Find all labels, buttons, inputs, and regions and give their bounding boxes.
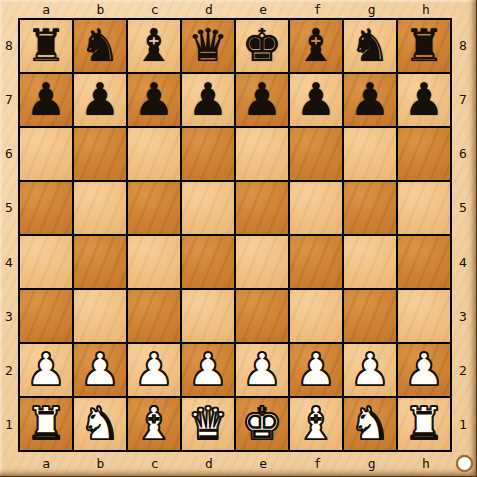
- square-b2[interactable]: ♟: [74, 344, 126, 396]
- coord-label-6: 6: [452, 127, 474, 181]
- black-rook[interactable]: ♜: [404, 20, 444, 72]
- rank-labels-right: 87654321: [452, 18, 474, 452]
- board-grid: ♜♞♝♛♚♝♞♜♟♟♟♟♟♟♟♟♟♟♟♟♟♟♟♟♜♞♝♛♚♝♞♜: [18, 18, 452, 452]
- square-a4[interactable]: [20, 236, 72, 288]
- square-c2[interactable]: ♟: [128, 344, 180, 396]
- square-d7[interactable]: ♟: [182, 74, 234, 126]
- coord-label-4: 4: [0, 235, 18, 289]
- black-pawn[interactable]: ♟: [26, 74, 66, 126]
- coord-label-h: h: [399, 452, 453, 475]
- coord-label-h: h: [399, 0, 453, 18]
- square-c1[interactable]: ♝: [128, 398, 180, 450]
- square-g7[interactable]: ♟: [344, 74, 396, 126]
- black-queen[interactable]: ♛: [188, 20, 228, 72]
- white-bishop[interactable]: ♝: [296, 398, 336, 450]
- square-a8[interactable]: ♜: [20, 20, 72, 72]
- square-b3[interactable]: [74, 290, 126, 342]
- square-e4[interactable]: [236, 236, 288, 288]
- coord-label-e: e: [236, 452, 290, 475]
- square-e8[interactable]: ♚: [236, 20, 288, 72]
- black-king[interactable]: ♚: [242, 20, 282, 72]
- square-d5[interactable]: [182, 182, 234, 234]
- black-pawn[interactable]: ♟: [188, 74, 228, 126]
- square-e7[interactable]: ♟: [236, 74, 288, 126]
- white-pawn[interactable]: ♟: [350, 344, 390, 396]
- square-h6[interactable]: [398, 128, 450, 180]
- square-b4[interactable]: [74, 236, 126, 288]
- coord-label-4: 4: [452, 235, 474, 289]
- black-knight[interactable]: ♞: [350, 20, 390, 72]
- coord-label-d: d: [182, 0, 236, 18]
- coord-label-8: 8: [452, 18, 474, 72]
- coord-label-7: 7: [452, 72, 474, 126]
- coord-label-1: 1: [452, 398, 474, 452]
- square-e2[interactable]: ♟: [236, 344, 288, 396]
- coord-label-1: 1: [0, 398, 18, 452]
- white-rook[interactable]: ♜: [404, 398, 444, 450]
- square-a5[interactable]: [20, 182, 72, 234]
- square-c6[interactable]: [128, 128, 180, 180]
- coord-label-a: a: [19, 0, 73, 18]
- coord-label-5: 5: [0, 181, 18, 235]
- square-c5[interactable]: [128, 182, 180, 234]
- coord-label-2: 2: [0, 344, 18, 398]
- square-a1[interactable]: ♜: [20, 398, 72, 450]
- black-pawn[interactable]: ♟: [134, 74, 174, 126]
- file-labels-top: abcdefgh: [19, 0, 453, 18]
- square-f4[interactable]: [290, 236, 342, 288]
- black-rook[interactable]: ♜: [26, 20, 66, 72]
- coord-label-d: d: [182, 452, 236, 475]
- coord-label-c: c: [128, 452, 182, 475]
- square-b8[interactable]: ♞: [74, 20, 126, 72]
- square-f1[interactable]: ♝: [290, 398, 342, 450]
- black-pawn[interactable]: ♟: [242, 74, 282, 126]
- square-f3[interactable]: [290, 290, 342, 342]
- white-pawn[interactable]: ♟: [188, 344, 228, 396]
- square-h5[interactable]: [398, 182, 450, 234]
- black-knight[interactable]: ♞: [80, 20, 120, 72]
- square-h3[interactable]: [398, 290, 450, 342]
- square-g2[interactable]: ♟: [344, 344, 396, 396]
- square-d8[interactable]: ♛: [182, 20, 234, 72]
- coord-label-b: b: [73, 0, 127, 18]
- white-knight[interactable]: ♞: [350, 398, 390, 450]
- square-g4[interactable]: [344, 236, 396, 288]
- square-h4[interactable]: [398, 236, 450, 288]
- square-h2[interactable]: ♟: [398, 344, 450, 396]
- square-d3[interactable]: [182, 290, 234, 342]
- black-bishop[interactable]: ♝: [134, 20, 174, 72]
- white-queen[interactable]: ♛: [188, 398, 228, 450]
- coord-label-g: g: [345, 452, 399, 475]
- square-e5[interactable]: [236, 182, 288, 234]
- coord-label-c: c: [128, 0, 182, 18]
- coord-label-a: a: [19, 452, 73, 475]
- square-g5[interactable]: [344, 182, 396, 234]
- square-f2[interactable]: ♟: [290, 344, 342, 396]
- coord-label-b: b: [73, 452, 127, 475]
- coord-label-3: 3: [0, 289, 18, 343]
- coord-label-g: g: [345, 0, 399, 18]
- square-d1[interactable]: ♛: [182, 398, 234, 450]
- square-c8[interactable]: ♝: [128, 20, 180, 72]
- coord-label-f: f: [290, 452, 344, 475]
- square-a6[interactable]: [20, 128, 72, 180]
- square-d6[interactable]: [182, 128, 234, 180]
- coord-label-e: e: [236, 0, 290, 18]
- black-pawn[interactable]: ♟: [350, 74, 390, 126]
- white-pawn[interactable]: ♟: [242, 344, 282, 396]
- black-pawn[interactable]: ♟: [404, 74, 444, 126]
- coord-label-3: 3: [452, 289, 474, 343]
- coord-label-f: f: [290, 0, 344, 18]
- coord-label-8: 8: [0, 18, 18, 72]
- square-h8[interactable]: ♜: [398, 20, 450, 72]
- square-f8[interactable]: ♝: [290, 20, 342, 72]
- square-c3[interactable]: [128, 290, 180, 342]
- black-pawn[interactable]: ♟: [296, 74, 336, 126]
- white-knight[interactable]: ♞: [80, 398, 120, 450]
- square-e1[interactable]: ♚: [236, 398, 288, 450]
- square-a3[interactable]: [20, 290, 72, 342]
- square-h7[interactable]: ♟: [398, 74, 450, 126]
- white-pawn[interactable]: ♟: [26, 344, 66, 396]
- white-pawn[interactable]: ♟: [80, 344, 120, 396]
- side-to-move-indicator: [456, 455, 473, 472]
- coord-label-2: 2: [452, 344, 474, 398]
- square-a2[interactable]: ♟: [20, 344, 72, 396]
- square-a7[interactable]: ♟: [20, 74, 72, 126]
- square-b5[interactable]: [74, 182, 126, 234]
- white-pawn[interactable]: ♟: [134, 344, 174, 396]
- square-e3[interactable]: [236, 290, 288, 342]
- square-d4[interactable]: [182, 236, 234, 288]
- square-f6[interactable]: [290, 128, 342, 180]
- square-f5[interactable]: [290, 182, 342, 234]
- square-g8[interactable]: ♞: [344, 20, 396, 72]
- square-b1[interactable]: ♞: [74, 398, 126, 450]
- square-c4[interactable]: [128, 236, 180, 288]
- square-c7[interactable]: ♟: [128, 74, 180, 126]
- coord-label-7: 7: [0, 72, 18, 126]
- white-king[interactable]: ♚: [242, 398, 282, 450]
- square-b7[interactable]: ♟: [74, 74, 126, 126]
- square-d2[interactable]: ♟: [182, 344, 234, 396]
- square-g3[interactable]: [344, 290, 396, 342]
- rank-labels-left: 87654321: [0, 18, 18, 452]
- black-bishop[interactable]: ♝: [296, 20, 336, 72]
- white-rook[interactable]: ♜: [26, 398, 66, 450]
- square-e6[interactable]: [236, 128, 288, 180]
- white-pawn[interactable]: ♟: [296, 344, 336, 396]
- square-f7[interactable]: ♟: [290, 74, 342, 126]
- board-frame: abcdefgh 87654321 87654321 abcdefgh ♜♞♝♛…: [0, 0, 477, 477]
- coord-label-6: 6: [0, 127, 18, 181]
- white-pawn[interactable]: ♟: [404, 344, 444, 396]
- white-bishop[interactable]: ♝: [134, 398, 174, 450]
- square-g1[interactable]: ♞: [344, 398, 396, 450]
- file-labels-bottom: abcdefgh: [19, 452, 453, 475]
- square-g6[interactable]: [344, 128, 396, 180]
- black-pawn[interactable]: ♟: [80, 74, 120, 126]
- square-h1[interactable]: ♜: [398, 398, 450, 450]
- square-b6[interactable]: [74, 128, 126, 180]
- coord-label-5: 5: [452, 181, 474, 235]
